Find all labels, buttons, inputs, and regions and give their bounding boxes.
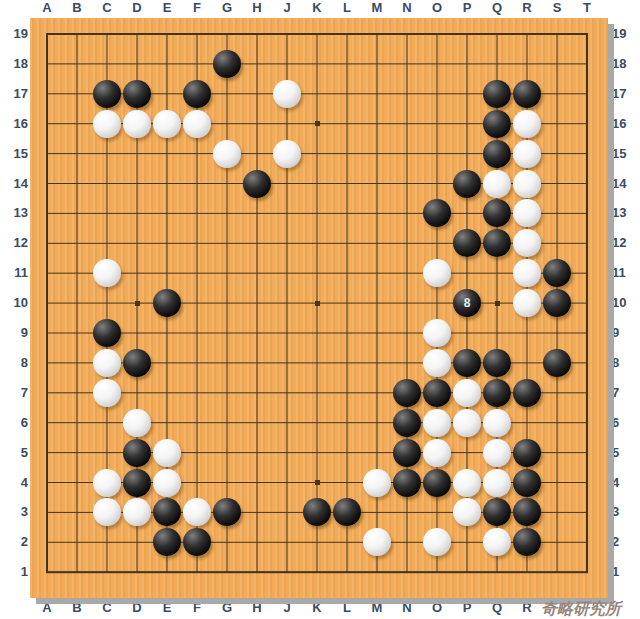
coordinate-label: A: [34, 600, 60, 616]
coordinate-label: T: [574, 0, 600, 16]
coordinate-label: 19: [612, 26, 638, 42]
coordinate-label: 14: [612, 176, 638, 192]
black-stone: [513, 469, 541, 497]
star-point: [315, 301, 320, 306]
white-stone: [423, 409, 451, 437]
coordinate-label: 12: [612, 235, 638, 251]
black-stone: [543, 349, 571, 377]
coordinate-label: 2: [612, 534, 638, 550]
black-stone: [543, 289, 571, 317]
coordinate-label: 17: [2, 86, 28, 102]
white-stone: [483, 409, 511, 437]
white-stone: [183, 110, 211, 138]
star-point: [315, 121, 320, 126]
coordinate-label: G: [214, 0, 240, 16]
black-stone: [423, 379, 451, 407]
coordinate-label: 3: [612, 504, 638, 520]
coordinate-label: K: [304, 600, 330, 616]
coordinate-label: L: [334, 0, 360, 16]
coordinate-label: D: [124, 0, 150, 16]
white-stone: [213, 140, 241, 168]
black-stone: [153, 289, 181, 317]
coordinate-label: 6: [612, 415, 638, 431]
coordinate-label: 5: [612, 445, 638, 461]
coordinate-label: 18: [612, 56, 638, 72]
go-board: 8: [30, 18, 608, 598]
coordinate-label: 9: [612, 325, 638, 341]
white-stone: [453, 379, 481, 407]
black-stone: [483, 349, 511, 377]
black-stone: [513, 379, 541, 407]
coordinate-label: B: [64, 0, 90, 16]
coordinate-label: 4: [2, 475, 28, 491]
black-stone: [423, 469, 451, 497]
coordinate-label: 14: [2, 176, 28, 192]
coordinate-label: 10: [2, 295, 28, 311]
white-stone: [453, 469, 481, 497]
coordinate-label: R: [514, 600, 540, 616]
coordinate-label: R: [514, 0, 540, 16]
black-stone: [123, 439, 151, 467]
coordinate-label: 10: [612, 295, 638, 311]
black-stone: [453, 349, 481, 377]
coordinate-label: G: [214, 600, 240, 616]
go-diagram-page: ABCDEFGHJKLMNOPQRST ABCDEFGHJKLMNOPQR 19…: [0, 0, 640, 619]
white-stone: [513, 259, 541, 287]
coordinate-label: 7: [2, 385, 28, 401]
white-stone: [513, 140, 541, 168]
black-stone: [243, 170, 271, 198]
coordinate-label: P: [454, 0, 480, 16]
black-stone: [93, 80, 121, 108]
coordinate-label: 15: [612, 146, 638, 162]
black-stone: [123, 80, 151, 108]
coordinate-label: 7: [612, 385, 638, 401]
coordinate-label: O: [424, 600, 450, 616]
black-stone: [393, 439, 421, 467]
move-number-label: 8: [464, 296, 471, 310]
white-stone: [93, 259, 121, 287]
coordinate-label: 8: [612, 355, 638, 371]
coordinate-label: A: [34, 0, 60, 16]
coordinate-label: M: [364, 0, 390, 16]
coordinate-label: C: [94, 600, 120, 616]
coordinate-label: 11: [612, 265, 638, 281]
black-stone: [123, 469, 151, 497]
coordinate-label: 4: [612, 475, 638, 491]
coordinate-label: 16: [2, 116, 28, 132]
coordinate-label: C: [94, 0, 120, 16]
coordinate-label: H: [244, 600, 270, 616]
white-stone: [513, 289, 541, 317]
coordinate-label: E: [154, 600, 180, 616]
black-stone: [393, 409, 421, 437]
coordinate-label: 18: [2, 56, 28, 72]
coordinate-label: 1: [612, 564, 638, 580]
black-stone: [183, 80, 211, 108]
white-stone: [273, 80, 301, 108]
black-stone: [213, 50, 241, 78]
coordinate-label: L: [334, 600, 360, 616]
coordinate-label: 6: [2, 415, 28, 431]
coordinate-label: 13: [612, 205, 638, 221]
watermark: 奇略研究所: [541, 599, 640, 619]
black-stone: [93, 319, 121, 347]
star-point: [495, 301, 500, 306]
white-stone: [453, 409, 481, 437]
black-stone: [393, 379, 421, 407]
coordinate-label: K: [304, 0, 330, 16]
coordinate-label: P: [454, 600, 480, 616]
coordinate-label: 9: [2, 325, 28, 341]
white-stone: [483, 439, 511, 467]
white-stone: [153, 439, 181, 467]
black-stone: [543, 259, 571, 287]
coordinate-label: 13: [2, 205, 28, 221]
coordinate-label: 3: [2, 504, 28, 520]
white-stone: [93, 349, 121, 377]
white-stone: [423, 259, 451, 287]
coordinate-label: 2: [2, 534, 28, 550]
coordinate-label: F: [184, 0, 210, 16]
black-stone: 8: [453, 289, 481, 317]
black-stone: [483, 80, 511, 108]
coordinate-label: F: [184, 600, 210, 616]
white-stone: [513, 110, 541, 138]
star-point: [135, 301, 140, 306]
coordinate-label: 19: [2, 26, 28, 42]
black-stone: [483, 110, 511, 138]
coordinate-label: Q: [484, 0, 510, 16]
coordinate-label: S: [544, 0, 570, 16]
coordinate-label: J: [274, 0, 300, 16]
coordinate-label: N: [394, 600, 420, 616]
coordinate-label: 8: [2, 355, 28, 371]
black-stone: [453, 170, 481, 198]
white-stone: [423, 439, 451, 467]
black-stone: [513, 439, 541, 467]
white-stone: [123, 409, 151, 437]
coordinate-label: O: [424, 0, 450, 16]
coordinate-label: 16: [612, 116, 638, 132]
coordinate-label: Q: [484, 600, 510, 616]
coordinate-label: 5: [2, 445, 28, 461]
coordinate-label: 11: [2, 265, 28, 281]
coordinate-label: D: [124, 600, 150, 616]
white-stone: [123, 110, 151, 138]
white-stone: [93, 379, 121, 407]
black-stone: [483, 379, 511, 407]
black-stone: [393, 469, 421, 497]
star-point: [315, 480, 320, 485]
white-stone: [93, 469, 121, 497]
coordinate-label: H: [244, 0, 270, 16]
white-stone: [483, 469, 511, 497]
white-stone: [273, 140, 301, 168]
white-stone: [93, 110, 121, 138]
white-stone: [363, 469, 391, 497]
coordinate-label: B: [64, 600, 90, 616]
white-stone: [483, 170, 511, 198]
coordinate-label: J: [274, 600, 300, 616]
black-stone: [483, 140, 511, 168]
white-stone: [513, 170, 541, 198]
coordinate-label: 17: [612, 86, 638, 102]
black-stone: [123, 349, 151, 377]
coordinate-label: E: [154, 0, 180, 16]
coordinate-label: 12: [2, 235, 28, 251]
black-stone: [513, 80, 541, 108]
white-stone: [423, 349, 451, 377]
white-stone: [423, 319, 451, 347]
coordinate-label: 15: [2, 146, 28, 162]
white-stone: [153, 110, 181, 138]
white-stone: [153, 469, 181, 497]
coordinate-label: M: [364, 600, 390, 616]
coordinate-label: N: [394, 0, 420, 16]
coordinate-label: 1: [2, 564, 28, 580]
